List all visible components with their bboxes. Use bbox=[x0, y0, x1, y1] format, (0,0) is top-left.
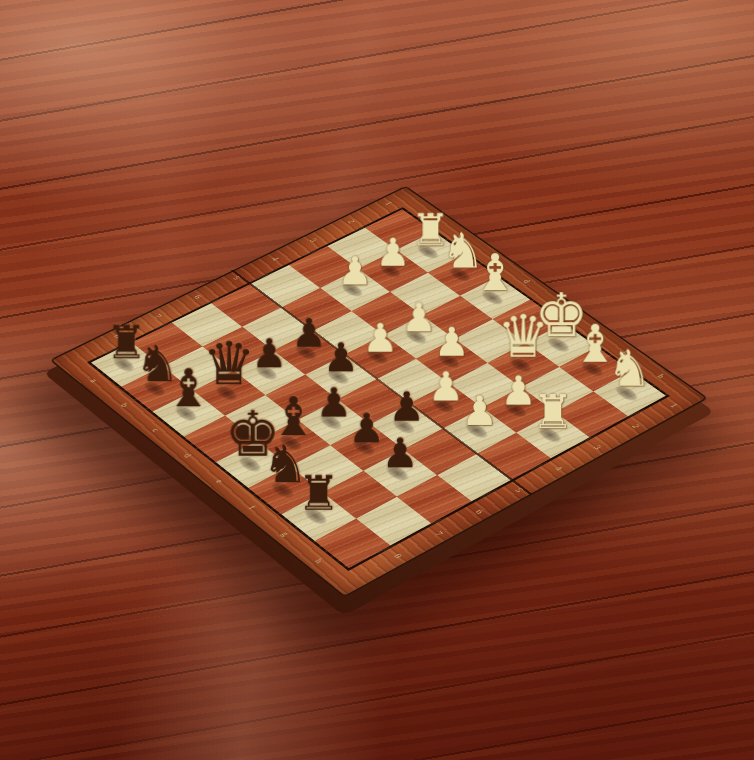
piece-shadow bbox=[134, 374, 176, 402]
piece-shadow bbox=[528, 420, 572, 449]
piece-shadow bbox=[499, 351, 542, 379]
piece-shadow bbox=[382, 412, 425, 441]
chess-photo-scene: { "game": "chess", "scene": { "descripti… bbox=[0, 0, 754, 760]
piece-shadow bbox=[261, 475, 305, 505]
piece-shadow bbox=[103, 350, 145, 378]
piece-shadow bbox=[494, 395, 537, 423]
piece-shadow bbox=[269, 428, 312, 457]
piece-shadow bbox=[471, 284, 513, 311]
piece-shadow bbox=[165, 399, 207, 427]
piece-shadow bbox=[285, 338, 327, 365]
piece-shadow bbox=[375, 458, 419, 487]
piece-shadow bbox=[206, 378, 248, 406]
piece-shadow bbox=[408, 239, 449, 265]
piece-shadow bbox=[605, 379, 648, 407]
piece-shadow bbox=[537, 331, 580, 358]
piece-shadow bbox=[332, 276, 373, 302]
piece-shadow bbox=[342, 432, 385, 461]
piece-shadow bbox=[310, 407, 353, 436]
piece-shadow bbox=[395, 323, 437, 350]
piece-shadow bbox=[571, 355, 614, 383]
piece-shadow bbox=[428, 347, 470, 375]
piece-shadow bbox=[439, 261, 480, 287]
piece-shadow bbox=[317, 362, 359, 390]
piece-shadow bbox=[370, 257, 411, 283]
piece-shadow bbox=[246, 358, 288, 386]
piece-shadow bbox=[294, 501, 338, 531]
piece-shadow bbox=[228, 449, 271, 478]
